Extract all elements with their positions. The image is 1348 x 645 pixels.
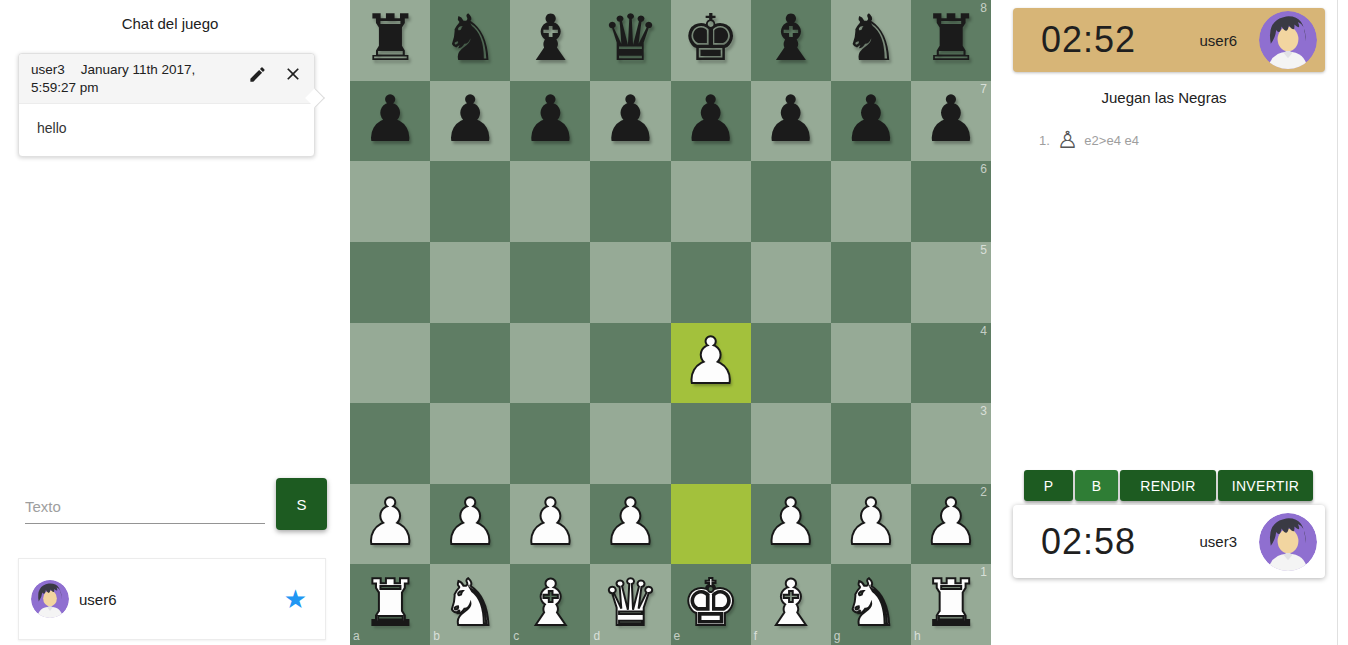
square-h8[interactable]: ♜8 <box>911 0 991 81</box>
move-notation: e2>e4 e4 <box>1084 133 1139 148</box>
square-d3[interactable] <box>590 403 670 484</box>
square-g4[interactable] <box>831 323 911 404</box>
square-h7[interactable]: ♟7 <box>911 81 991 162</box>
black-bishop[interactable]: ♝ <box>762 6 819 70</box>
rank-label-1: 1 <box>980 565 987 579</box>
white-pawn[interactable]: ♟ <box>442 490 499 554</box>
chat-panel: Chat del juego user3January 11th 2017, 5… <box>0 0 340 645</box>
file-label-e: e <box>674 629 681 643</box>
black-pawn[interactable]: ♟ <box>522 87 579 151</box>
square-b8[interactable]: ♞ <box>430 0 510 81</box>
move-number: 1. <box>1039 133 1050 148</box>
black-clock-time: 02:52 <box>1041 19 1136 61</box>
black-pawn[interactable]: ♟ <box>922 87 979 151</box>
chat-message-actions <box>246 61 304 85</box>
square-f7[interactable]: ♟ <box>751 81 831 162</box>
black-pawn[interactable]: ♟ <box>361 87 418 151</box>
black-knight[interactable]: ♞ <box>442 6 499 70</box>
white-pawn-icon: ♙ <box>1057 128 1079 152</box>
square-d1[interactable]: ♛d <box>590 564 670 645</box>
white-bishop[interactable]: ♝ <box>762 571 819 635</box>
file-label-f: f <box>754 629 757 643</box>
square-c2[interactable]: ♟ <box>510 484 590 565</box>
white-king[interactable]: ♚ <box>682 571 739 635</box>
square-b5[interactable] <box>430 242 510 323</box>
white-player-clock-card: 02:58 user3 <box>1013 505 1325 578</box>
opponent-list-item[interactable]: user6 ★ <box>18 558 326 640</box>
delete-message-icon[interactable] <box>282 63 304 85</box>
b-button[interactable]: B <box>1075 470 1118 501</box>
square-f6[interactable] <box>751 161 831 242</box>
square-d2[interactable]: ♟ <box>590 484 670 565</box>
white-pawn[interactable]: ♟ <box>361 490 418 554</box>
square-g7[interactable]: ♟ <box>831 81 911 162</box>
square-d5[interactable] <box>590 242 670 323</box>
square-c4[interactable] <box>510 323 590 404</box>
square-h1[interactable]: ♜1h <box>911 564 991 645</box>
square-g2[interactable]: ♟ <box>831 484 911 565</box>
rank-label-8: 8 <box>980 1 987 15</box>
square-d6[interactable] <box>590 161 670 242</box>
chat-input-wrap <box>25 492 265 524</box>
square-c5[interactable] <box>510 242 590 323</box>
flip-board-button[interactable]: INVERTIR <box>1218 470 1313 501</box>
square-a7[interactable]: ♟ <box>350 81 430 162</box>
square-e6[interactable] <box>671 161 751 242</box>
black-pawn[interactable]: ♟ <box>442 87 499 151</box>
black-player-clock-card: 02:52 user6 <box>1013 8 1325 72</box>
chat-message-text: hello <box>19 104 314 156</box>
square-g6[interactable] <box>831 161 911 242</box>
square-a5[interactable] <box>350 242 430 323</box>
user6-avatar <box>31 580 69 618</box>
square-f1[interactable]: ♝f <box>751 564 831 645</box>
square-e8[interactable]: ♚ <box>671 0 751 81</box>
send-chat-button[interactable]: S <box>276 478 327 530</box>
chat-message-header: user3January 11th 2017, 5:59:27 pm <box>19 54 314 104</box>
square-e7[interactable]: ♟ <box>671 81 751 162</box>
square-h4[interactable]: 4 <box>911 323 991 404</box>
chat-message-author: user3 <box>31 62 65 77</box>
white-pawn[interactable]: ♟ <box>922 490 979 554</box>
rank-label-2: 2 <box>980 485 987 499</box>
square-e3[interactable] <box>671 403 751 484</box>
black-pawn[interactable]: ♟ <box>602 87 659 151</box>
square-g8[interactable]: ♞ <box>831 0 911 81</box>
square-a6[interactable] <box>350 161 430 242</box>
file-label-b: b <box>433 629 440 643</box>
edit-message-icon[interactable] <box>246 63 268 85</box>
square-g5[interactable] <box>831 242 911 323</box>
white-rook[interactable]: ♜ <box>922 571 979 635</box>
chat-message-bubble: user3January 11th 2017, 5:59:27 pm hello <box>18 53 315 157</box>
square-a8[interactable]: ♜ <box>350 0 430 81</box>
square-g1[interactable]: ♞g <box>831 564 911 645</box>
square-c8[interactable]: ♝ <box>510 0 590 81</box>
file-label-h: h <box>914 629 921 643</box>
square-b2[interactable]: ♟ <box>430 484 510 565</box>
square-c6[interactable] <box>510 161 590 242</box>
black-pawn[interactable]: ♟ <box>682 87 739 151</box>
square-e1[interactable]: ♚e <box>671 564 751 645</box>
square-b4[interactable] <box>430 323 510 404</box>
white-knight[interactable]: ♞ <box>842 571 899 635</box>
square-f5[interactable] <box>751 242 831 323</box>
white-pawn[interactable]: ♟ <box>522 490 579 554</box>
white-queen[interactable]: ♛ <box>602 571 659 635</box>
square-h6[interactable]: 6 <box>911 161 991 242</box>
square-h5[interactable]: 5 <box>911 242 991 323</box>
game-info-panel: 02:52 user6 Juegan las Negras 1. ♙ e2>e4… <box>991 0 1338 645</box>
rank-label-6: 6 <box>980 162 987 176</box>
black-rook[interactable]: ♜ <box>361 6 418 70</box>
square-b1[interactable]: ♞b <box>430 564 510 645</box>
black-player-avatar <box>1259 11 1317 69</box>
star-icon[interactable]: ★ <box>284 586 307 612</box>
rank-label-5: 5 <box>980 243 987 257</box>
black-king[interactable]: ♚ <box>682 6 739 70</box>
square-b3[interactable] <box>430 403 510 484</box>
square-e4[interactable]: ♟ <box>671 323 751 404</box>
white-clock-time: 02:58 <box>1041 521 1136 563</box>
black-queen[interactable]: ♛ <box>602 6 659 70</box>
file-label-a: a <box>353 629 360 643</box>
white-pawn[interactable]: ♟ <box>682 329 739 393</box>
chat-panel-title: Chat del juego <box>0 15 340 32</box>
game-action-buttons: P B RENDIR INVERTIR <box>1024 470 1313 501</box>
square-b7[interactable]: ♟ <box>430 81 510 162</box>
white-bishop[interactable]: ♝ <box>522 571 579 635</box>
square-e2[interactable] <box>671 484 751 565</box>
turn-indicator: Juegan las Negras <box>991 89 1337 106</box>
square-h3[interactable]: 3 <box>911 403 991 484</box>
square-f3[interactable] <box>751 403 831 484</box>
square-g3[interactable] <box>831 403 911 484</box>
square-f4[interactable] <box>751 323 831 404</box>
rank-label-3: 3 <box>980 404 987 418</box>
rank-label-4: 4 <box>980 324 987 338</box>
square-f8[interactable]: ♝ <box>751 0 831 81</box>
square-f2[interactable]: ♟ <box>751 484 831 565</box>
square-a3[interactable] <box>350 403 430 484</box>
chat-text-input[interactable] <box>25 492 265 524</box>
black-knight[interactable]: ♞ <box>842 6 899 70</box>
black-bishop[interactable]: ♝ <box>522 6 579 70</box>
square-d8[interactable]: ♛ <box>590 0 670 81</box>
white-pawn[interactable]: ♟ <box>842 490 899 554</box>
resign-button[interactable]: RENDIR <box>1120 470 1216 501</box>
square-b6[interactable] <box>430 161 510 242</box>
black-pawn[interactable]: ♟ <box>842 87 899 151</box>
p-button[interactable]: P <box>1024 470 1073 501</box>
square-e5[interactable] <box>671 242 751 323</box>
square-d4[interactable] <box>590 323 670 404</box>
file-label-c: c <box>513 629 519 643</box>
square-a4[interactable] <box>350 323 430 404</box>
square-h2[interactable]: ♟2 <box>911 484 991 565</box>
white-player-avatar <box>1259 513 1317 571</box>
white-pawn[interactable]: ♟ <box>602 490 659 554</box>
square-c1[interactable]: ♝c <box>510 564 590 645</box>
white-knight[interactable]: ♞ <box>442 571 499 635</box>
file-label-d: d <box>593 629 600 643</box>
square-c3[interactable] <box>510 403 590 484</box>
black-rook[interactable]: ♜ <box>922 6 979 70</box>
square-d7[interactable]: ♟ <box>590 81 670 162</box>
black-pawn[interactable]: ♟ <box>762 87 819 151</box>
rank-label-7: 7 <box>980 82 987 96</box>
square-a2[interactable]: ♟ <box>350 484 430 565</box>
chess-board: ♜♞♝♛♚♝♞♜8♟♟♟♟♟♟♟♟765♟43♟♟♟♟♟♟♟2♜a♞b♝c♛d♚… <box>350 0 991 645</box>
chat-message-meta: user3January 11th 2017, 5:59:27 pm <box>31 61 231 97</box>
file-label-g: g <box>834 629 841 643</box>
white-player-name: user3 <box>1199 533 1237 550</box>
black-player-name: user6 <box>1199 32 1237 49</box>
square-c7[interactable]: ♟ <box>510 81 590 162</box>
user6-name: user6 <box>79 591 117 608</box>
white-pawn[interactable]: ♟ <box>762 490 819 554</box>
square-a1[interactable]: ♜a <box>350 564 430 645</box>
white-rook[interactable]: ♜ <box>361 571 418 635</box>
move-list-entry[interactable]: 1. ♙ e2>e4 e4 <box>1039 128 1139 152</box>
